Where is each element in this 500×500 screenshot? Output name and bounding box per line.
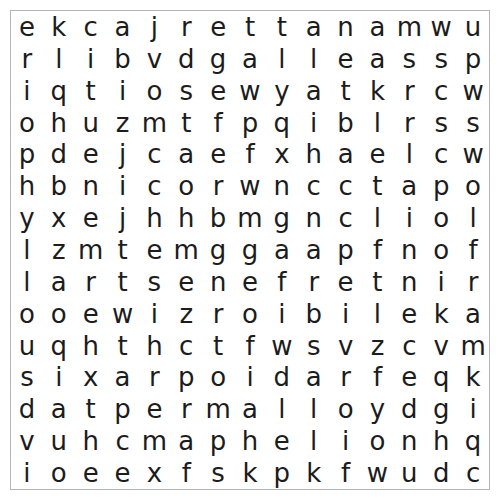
cell-r3c7[interactable]: e (202, 75, 234, 107)
cell-r3c14[interactable]: c (425, 75, 457, 107)
cell-r10c3[interactable]: e (75, 298, 107, 330)
cell-r4c15[interactable]: s (457, 107, 489, 139)
cell-r12c9[interactable]: d (266, 362, 298, 394)
cell-r5c10[interactable]: h (298, 138, 330, 170)
cell-r13c12[interactable]: y (362, 393, 394, 425)
cell-r7c1[interactable]: y (11, 202, 43, 234)
cell-r4c1[interactable]: o (11, 107, 43, 139)
cell-r2c12[interactable]: a (362, 43, 394, 75)
cell-r4c14[interactable]: s (425, 107, 457, 139)
cell-r8c1[interactable]: l (11, 234, 43, 266)
cell-r10c10[interactable]: b (298, 298, 330, 330)
cell-r15c12[interactable]: w (362, 457, 394, 489)
cell-r8c4[interactable]: t (107, 234, 139, 266)
cell-r2c5[interactable]: v (138, 43, 170, 75)
cell-r8c13[interactable]: n (393, 234, 425, 266)
cell-r5c1[interactable]: p (11, 138, 43, 170)
cell-r6c14[interactable]: p (425, 170, 457, 202)
cell-r15c3[interactable]: e (75, 457, 107, 489)
cell-r5c12[interactable]: e (362, 138, 394, 170)
cell-r7c3[interactable]: e (75, 202, 107, 234)
cell-r1c11[interactable]: n (330, 11, 362, 43)
cell-r4c13[interactable]: r (393, 107, 425, 139)
cell-r7c2[interactable]: x (43, 202, 75, 234)
cell-r13c7[interactable]: m (202, 393, 234, 425)
cell-r6c1[interactable]: h (11, 170, 43, 202)
cell-r12c3[interactable]: x (75, 362, 107, 394)
cell-r15c2[interactable]: o (43, 457, 75, 489)
cell-r10c14[interactable]: k (425, 298, 457, 330)
cell-r1c15[interactable]: u (457, 11, 489, 43)
cell-r13c10[interactable]: l (298, 393, 330, 425)
cell-r13c4[interactable]: p (107, 393, 139, 425)
cell-r6c13[interactable]: a (393, 170, 425, 202)
cell-r6c11[interactable]: c (330, 170, 362, 202)
cell-r2c8[interactable]: a (234, 43, 266, 75)
cell-r10c7[interactable]: r (202, 298, 234, 330)
cell-r10c2[interactable]: o (43, 298, 75, 330)
cell-r2c15[interactable]: p (457, 43, 489, 75)
cell-r4c6[interactable]: t (170, 107, 202, 139)
cell-r15c11[interactable]: f (330, 457, 362, 489)
cell-r2c4[interactable]: b (107, 43, 139, 75)
cell-r5c2[interactable]: d (43, 138, 75, 170)
word-search-page: ekcajrettanamwurlibvdgalleasspiqtiosewya… (0, 0, 500, 500)
cell-r11c6[interactable]: c (170, 330, 202, 362)
cell-r15c5[interactable]: x (138, 457, 170, 489)
cell-r1c3[interactable]: c (75, 11, 107, 43)
cell-r8c5[interactable]: e (138, 234, 170, 266)
cell-r11c4[interactable]: t (107, 330, 139, 362)
cell-r8c9[interactable]: a (266, 234, 298, 266)
cell-r13c15[interactable]: i (457, 393, 489, 425)
cell-r7c12[interactable]: l (362, 202, 394, 234)
cell-r6c2[interactable]: b (43, 170, 75, 202)
cell-r2c14[interactable]: s (425, 43, 457, 75)
cell-r1c6[interactable]: r (170, 11, 202, 43)
word-search-board: ekcajrettanamwurlibvdgalleasspiqtiosewya… (10, 10, 490, 490)
cell-r3c2[interactable]: q (43, 75, 75, 107)
cell-r12c7[interactable]: o (202, 362, 234, 394)
cell-r2c6[interactable]: d (170, 43, 202, 75)
cell-r14c13[interactable]: n (393, 425, 425, 457)
cell-r14c15[interactable]: q (457, 425, 489, 457)
cell-r4c9[interactable]: q (266, 107, 298, 139)
cell-r15c9[interactable]: p (266, 457, 298, 489)
cell-r3c13[interactable]: r (393, 75, 425, 107)
cell-r1c8[interactable]: t (234, 11, 266, 43)
cell-r10c13[interactable]: e (393, 298, 425, 330)
cell-r1c2[interactable]: k (43, 11, 75, 43)
cell-r7c13[interactable]: i (393, 202, 425, 234)
cell-r13c2[interactable]: a (43, 393, 75, 425)
cell-r2c9[interactable]: l (266, 43, 298, 75)
cell-r9c6[interactable]: e (170, 266, 202, 298)
cell-r10c1[interactable]: o (11, 298, 43, 330)
cell-r9c13[interactable]: n (393, 266, 425, 298)
cell-r5c13[interactable]: l (393, 138, 425, 170)
cell-r4c8[interactable]: p (234, 107, 266, 139)
cell-r8c3[interactable]: m (75, 234, 107, 266)
cell-r13c14[interactable]: g (425, 393, 457, 425)
cell-r4c2[interactable]: h (43, 107, 75, 139)
cell-r9c5[interactable]: s (138, 266, 170, 298)
cell-r3c4[interactable]: i (107, 75, 139, 107)
cell-r3c15[interactable]: w (457, 75, 489, 107)
cell-r3c8[interactable]: w (234, 75, 266, 107)
cell-r12c13[interactable]: e (393, 362, 425, 394)
cell-r9c4[interactable]: t (107, 266, 139, 298)
cell-r3c12[interactable]: k (362, 75, 394, 107)
cell-r4c5[interactable]: m (138, 107, 170, 139)
cell-r3c10[interactable]: a (298, 75, 330, 107)
cell-r7c14[interactable]: o (425, 202, 457, 234)
cell-r12c15[interactable]: k (457, 362, 489, 394)
cell-r6c10[interactable]: c (298, 170, 330, 202)
cell-r5c6[interactable]: a (170, 138, 202, 170)
cell-r14c2[interactable]: u (43, 425, 75, 457)
cell-r5c3[interactable]: e (75, 138, 107, 170)
cell-r10c12[interactable]: l (362, 298, 394, 330)
cell-r8c12[interactable]: f (362, 234, 394, 266)
cell-r11c14[interactable]: v (425, 330, 457, 362)
cell-r14c4[interactable]: c (107, 425, 139, 457)
cell-r7c9[interactable]: g (266, 202, 298, 234)
cell-r12c12[interactable]: f (362, 362, 394, 394)
cell-r5c5[interactable]: c (138, 138, 170, 170)
cell-r5c8[interactable]: f (234, 138, 266, 170)
cell-r7c10[interactable]: n (298, 202, 330, 234)
cell-r14c9[interactable]: e (266, 425, 298, 457)
cell-r14c1[interactable]: v (11, 425, 43, 457)
cell-r11c7[interactable]: t (202, 330, 234, 362)
cell-r8c8[interactable]: g (234, 234, 266, 266)
cell-r11c11[interactable]: v (330, 330, 362, 362)
cell-r15c13[interactable]: u (393, 457, 425, 489)
cell-r4c12[interactable]: l (362, 107, 394, 139)
cell-r10c4[interactable]: w (107, 298, 139, 330)
cell-r12c8[interactable]: i (234, 362, 266, 394)
cell-r9c9[interactable]: f (266, 266, 298, 298)
cell-r13c1[interactable]: d (11, 393, 43, 425)
cell-r11c2[interactable]: q (43, 330, 75, 362)
cell-r13c13[interactable]: d (393, 393, 425, 425)
cell-r12c5[interactable]: r (138, 362, 170, 394)
cell-r7c4[interactable]: j (107, 202, 139, 234)
cell-r15c1[interactable]: i (11, 457, 43, 489)
cell-r14c8[interactable]: h (234, 425, 266, 457)
cell-r9c1[interactable]: l (11, 266, 43, 298)
cell-r2c1[interactable]: r (11, 43, 43, 75)
cell-r4c3[interactable]: u (75, 107, 107, 139)
cell-r13c8[interactable]: a (234, 393, 266, 425)
cell-r14c10[interactable]: l (298, 425, 330, 457)
cell-r11c9[interactable]: w (266, 330, 298, 362)
cell-r9c7[interactable]: n (202, 266, 234, 298)
cell-r13c3[interactable]: t (75, 393, 107, 425)
cell-r11c13[interactable]: c (393, 330, 425, 362)
cell-r6c9[interactable]: n (266, 170, 298, 202)
cell-r11c15[interactable]: m (457, 330, 489, 362)
cell-r1c14[interactable]: w (425, 11, 457, 43)
cell-r15c14[interactable]: d (425, 457, 457, 489)
cell-r4c4[interactable]: z (107, 107, 139, 139)
cell-r1c7[interactable]: e (202, 11, 234, 43)
cell-r12c1[interactable]: s (11, 362, 43, 394)
cell-r15c7[interactable]: s (202, 457, 234, 489)
cell-r10c9[interactable]: i (266, 298, 298, 330)
cell-r6c6[interactable]: o (170, 170, 202, 202)
cell-r7c6[interactable]: h (170, 202, 202, 234)
cell-r12c11[interactable]: r (330, 362, 362, 394)
cell-r10c15[interactable]: a (457, 298, 489, 330)
cell-r10c11[interactable]: i (330, 298, 362, 330)
cell-r11c1[interactable]: u (11, 330, 43, 362)
cell-r1c10[interactable]: a (298, 11, 330, 43)
cell-r15c4[interactable]: e (107, 457, 139, 489)
cell-r7c15[interactable]: l (457, 202, 489, 234)
cell-r5c9[interactable]: x (266, 138, 298, 170)
cell-r3c6[interactable]: s (170, 75, 202, 107)
cell-r1c12[interactable]: a (362, 11, 394, 43)
cell-r8c10[interactable]: a (298, 234, 330, 266)
cell-r12c4[interactable]: a (107, 362, 139, 394)
cell-r2c11[interactable]: e (330, 43, 362, 75)
cell-r13c6[interactable]: r (170, 393, 202, 425)
cell-r8c11[interactable]: p (330, 234, 362, 266)
cell-r7c5[interactable]: h (138, 202, 170, 234)
cell-r6c12[interactable]: t (362, 170, 394, 202)
cell-r14c5[interactable]: m (138, 425, 170, 457)
cell-r11c3[interactable]: h (75, 330, 107, 362)
cell-r9c11[interactable]: e (330, 266, 362, 298)
cell-r5c15[interactable]: w (457, 138, 489, 170)
cell-r14c12[interactable]: o (362, 425, 394, 457)
cell-r1c9[interactable]: t (266, 11, 298, 43)
cell-r9c14[interactable]: i (425, 266, 457, 298)
cell-r3c9[interactable]: y (266, 75, 298, 107)
cell-r11c8[interactable]: f (234, 330, 266, 362)
cell-r14c14[interactable]: h (425, 425, 457, 457)
cell-r1c5[interactable]: j (138, 11, 170, 43)
cell-r8c2[interactable]: z (43, 234, 75, 266)
cell-r5c7[interactable]: e (202, 138, 234, 170)
cell-r2c3[interactable]: i (75, 43, 107, 75)
cell-r10c5[interactable]: i (138, 298, 170, 330)
cell-r6c7[interactable]: r (202, 170, 234, 202)
cell-r15c8[interactable]: k (234, 457, 266, 489)
cell-r5c4[interactable]: j (107, 138, 139, 170)
cell-r13c9[interactable]: l (266, 393, 298, 425)
cell-r10c6[interactable]: z (170, 298, 202, 330)
cell-r8c6[interactable]: m (170, 234, 202, 266)
cell-r7c7[interactable]: b (202, 202, 234, 234)
cell-r7c11[interactable]: c (330, 202, 362, 234)
cell-r13c5[interactable]: e (138, 393, 170, 425)
cell-r8c14[interactable]: o (425, 234, 457, 266)
cell-r5c14[interactable]: c (425, 138, 457, 170)
cell-r1c1[interactable]: e (11, 11, 43, 43)
cell-r15c6[interactable]: f (170, 457, 202, 489)
cell-r10c8[interactable]: o (234, 298, 266, 330)
cell-r11c5[interactable]: h (138, 330, 170, 362)
cell-r13c11[interactable]: o (330, 393, 362, 425)
cell-r12c2[interactable]: i (43, 362, 75, 394)
cell-r1c4[interactable]: a (107, 11, 139, 43)
cell-r4c10[interactable]: i (298, 107, 330, 139)
cell-r6c3[interactable]: n (75, 170, 107, 202)
cell-r5c11[interactable]: a (330, 138, 362, 170)
cell-r12c14[interactable]: q (425, 362, 457, 394)
cell-r9c15[interactable]: r (457, 266, 489, 298)
cell-r14c6[interactable]: a (170, 425, 202, 457)
cell-r3c11[interactable]: t (330, 75, 362, 107)
cell-r3c5[interactable]: o (138, 75, 170, 107)
cell-r2c2[interactable]: l (43, 43, 75, 75)
cell-r4c7[interactable]: f (202, 107, 234, 139)
cell-r9c2[interactable]: a (43, 266, 75, 298)
cell-r14c3[interactable]: h (75, 425, 107, 457)
cell-r14c11[interactable]: i (330, 425, 362, 457)
cell-r15c10[interactable]: k (298, 457, 330, 489)
cell-r12c6[interactable]: p (170, 362, 202, 394)
cell-r9c8[interactable]: e (234, 266, 266, 298)
cell-r2c13[interactable]: s (393, 43, 425, 75)
cell-r6c5[interactable]: c (138, 170, 170, 202)
cell-r8c7[interactable]: g (202, 234, 234, 266)
cell-r1c13[interactable]: m (393, 11, 425, 43)
cell-r11c10[interactable]: s (298, 330, 330, 362)
cell-r14c7[interactable]: p (202, 425, 234, 457)
cell-r8c15[interactable]: f (457, 234, 489, 266)
cell-r6c8[interactable]: w (234, 170, 266, 202)
cell-r3c3[interactable]: t (75, 75, 107, 107)
cell-r6c15[interactable]: o (457, 170, 489, 202)
cell-r9c10[interactable]: r (298, 266, 330, 298)
cell-r4c11[interactable]: b (330, 107, 362, 139)
cell-r3c1[interactable]: i (11, 75, 43, 107)
cell-r12c10[interactable]: a (298, 362, 330, 394)
cell-r9c12[interactable]: t (362, 266, 394, 298)
cell-r2c7[interactable]: g (202, 43, 234, 75)
cell-r7c8[interactable]: m (234, 202, 266, 234)
cell-r2c10[interactable]: l (298, 43, 330, 75)
cell-r6c4[interactable]: i (107, 170, 139, 202)
cell-r15c15[interactable]: c (457, 457, 489, 489)
cell-r11c12[interactable]: z (362, 330, 394, 362)
cell-r9c3[interactable]: r (75, 266, 107, 298)
